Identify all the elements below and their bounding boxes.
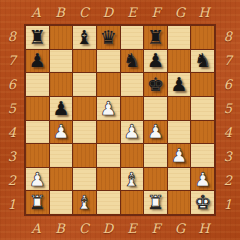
white-bishop[interactable]: ♝ xyxy=(123,170,140,189)
square-e5[interactable] xyxy=(121,97,144,120)
square-g3[interactable]: ♟ xyxy=(168,144,191,167)
square-g1[interactable] xyxy=(168,191,191,214)
rank-label-7: 7 xyxy=(0,48,24,72)
black-rook[interactable]: ♜ xyxy=(29,28,46,47)
square-g5[interactable] xyxy=(168,97,191,120)
square-b7[interactable] xyxy=(50,50,73,73)
white-pawn[interactable]: ♟ xyxy=(123,122,140,141)
square-c1[interactable]: ♝ xyxy=(73,191,96,214)
square-f8[interactable]: ♜ xyxy=(144,26,167,49)
square-g6[interactable]: ♟ xyxy=(168,73,191,96)
square-d7[interactable] xyxy=(97,50,120,73)
file-label-h: H xyxy=(192,0,216,24)
black-knight[interactable]: ♞ xyxy=(194,51,211,70)
square-h4[interactable] xyxy=(191,121,214,144)
black-pawn[interactable]: ♟ xyxy=(147,51,164,70)
square-g2[interactable] xyxy=(168,168,191,191)
square-c4[interactable] xyxy=(73,121,96,144)
white-bishop[interactable]: ♝ xyxy=(76,193,93,212)
board: ♜♝♛♜♟♞♟♞♚♟♟♟♟♟♟♟♟♝♟♜♝♜♚ xyxy=(24,24,216,216)
rank-label-2: 2 xyxy=(0,168,24,192)
square-f4[interactable]: ♟ xyxy=(144,121,167,144)
black-pawn[interactable]: ♟ xyxy=(52,99,69,118)
square-e1[interactable] xyxy=(121,191,144,214)
square-c8[interactable]: ♝ xyxy=(73,26,96,49)
black-knight[interactable]: ♞ xyxy=(123,51,140,70)
file-label-c: C xyxy=(72,216,96,240)
file-label-d: D xyxy=(96,216,120,240)
rank-label-6: 6 xyxy=(0,72,24,96)
square-g8[interactable] xyxy=(168,26,191,49)
white-pawn[interactable]: ♟ xyxy=(171,146,188,165)
square-f6[interactable]: ♚ xyxy=(144,73,167,96)
rank-label-3: 3 xyxy=(0,144,24,168)
file-label-f: F xyxy=(144,0,168,24)
rank-labels-left: 87654321 xyxy=(0,24,24,216)
rank-label-8: 8 xyxy=(216,24,240,48)
white-pawn[interactable]: ♟ xyxy=(194,170,211,189)
white-king[interactable]: ♚ xyxy=(194,193,211,212)
square-a5[interactable] xyxy=(26,97,49,120)
rank-label-2: 2 xyxy=(216,168,240,192)
white-pawn[interactable]: ♟ xyxy=(147,122,164,141)
file-label-b: B xyxy=(48,216,72,240)
square-h1[interactable]: ♚ xyxy=(191,191,214,214)
square-b6[interactable] xyxy=(50,73,73,96)
rank-label-7: 7 xyxy=(216,48,240,72)
chess-board-frame: ABCDEFGH ABCDEFGH 87654321 87654321 ♜♝♛♜… xyxy=(0,0,240,240)
black-pawn[interactable]: ♟ xyxy=(29,51,46,70)
black-bishop[interactable]: ♝ xyxy=(76,28,93,47)
file-label-f: F xyxy=(144,216,168,240)
rank-label-8: 8 xyxy=(0,24,24,48)
square-d2[interactable] xyxy=(97,168,120,191)
square-e2[interactable]: ♝ xyxy=(121,168,144,191)
square-e6[interactable] xyxy=(121,73,144,96)
square-a6[interactable] xyxy=(26,73,49,96)
file-label-e: E xyxy=(120,216,144,240)
black-king[interactable]: ♚ xyxy=(147,75,164,94)
square-b8[interactable] xyxy=(50,26,73,49)
square-d4[interactable] xyxy=(97,121,120,144)
square-d5[interactable]: ♟ xyxy=(97,97,120,120)
square-c7[interactable] xyxy=(73,50,96,73)
white-rook[interactable]: ♜ xyxy=(147,193,164,212)
white-pawn[interactable]: ♟ xyxy=(29,170,46,189)
file-label-b: B xyxy=(48,0,72,24)
square-h8[interactable] xyxy=(191,26,214,49)
square-h5[interactable] xyxy=(191,97,214,120)
white-pawn[interactable]: ♟ xyxy=(100,99,117,118)
white-pawn[interactable]: ♟ xyxy=(52,122,69,141)
square-f5[interactable] xyxy=(144,97,167,120)
file-label-c: C xyxy=(72,0,96,24)
square-e8[interactable] xyxy=(121,26,144,49)
square-b5[interactable]: ♟ xyxy=(50,97,73,120)
square-h6[interactable] xyxy=(191,73,214,96)
square-g7[interactable] xyxy=(168,50,191,73)
black-pawn[interactable]: ♟ xyxy=(171,75,188,94)
square-c6[interactable] xyxy=(73,73,96,96)
file-label-h: H xyxy=(192,216,216,240)
square-d1[interactable] xyxy=(97,191,120,214)
square-h3[interactable] xyxy=(191,144,214,167)
square-a4[interactable] xyxy=(26,121,49,144)
square-a8[interactable]: ♜ xyxy=(26,26,49,49)
file-label-g: G xyxy=(168,216,192,240)
square-f1[interactable]: ♜ xyxy=(144,191,167,214)
square-h2[interactable]: ♟ xyxy=(191,168,214,191)
rank-label-4: 4 xyxy=(216,120,240,144)
file-label-e: E xyxy=(120,0,144,24)
file-label-g: G xyxy=(168,0,192,24)
square-c5[interactable] xyxy=(73,97,96,120)
square-a7[interactable]: ♟ xyxy=(26,50,49,73)
rank-label-5: 5 xyxy=(0,96,24,120)
square-f7[interactable]: ♟ xyxy=(144,50,167,73)
white-rook[interactable]: ♜ xyxy=(29,193,46,212)
square-a1[interactable]: ♜ xyxy=(26,191,49,214)
square-e3[interactable] xyxy=(121,144,144,167)
square-f3[interactable] xyxy=(144,144,167,167)
square-e4[interactable]: ♟ xyxy=(121,121,144,144)
rank-label-1: 1 xyxy=(0,192,24,216)
file-label-a: A xyxy=(24,0,48,24)
black-rook[interactable]: ♜ xyxy=(147,28,164,47)
file-label-a: A xyxy=(24,216,48,240)
square-e7[interactable]: ♞ xyxy=(121,50,144,73)
square-d8[interactable]: ♛ xyxy=(97,26,120,49)
square-d6[interactable] xyxy=(97,73,120,96)
file-labels-top: ABCDEFGH xyxy=(24,0,216,24)
square-c3[interactable] xyxy=(73,144,96,167)
black-queen[interactable]: ♛ xyxy=(100,28,117,47)
square-d3[interactable] xyxy=(97,144,120,167)
file-label-d: D xyxy=(96,0,120,24)
rank-label-4: 4 xyxy=(0,120,24,144)
square-h7[interactable]: ♞ xyxy=(191,50,214,73)
square-b1[interactable] xyxy=(50,191,73,214)
rank-label-5: 5 xyxy=(216,96,240,120)
rank-labels-right: 87654321 xyxy=(216,24,240,216)
rank-label-3: 3 xyxy=(216,144,240,168)
square-a3[interactable] xyxy=(26,144,49,167)
square-a2[interactable]: ♟ xyxy=(26,168,49,191)
square-b2[interactable] xyxy=(50,168,73,191)
rank-label-6: 6 xyxy=(216,72,240,96)
square-b4[interactable]: ♟ xyxy=(50,121,73,144)
square-g4[interactable] xyxy=(168,121,191,144)
square-b3[interactable] xyxy=(50,144,73,167)
square-f2[interactable] xyxy=(144,168,167,191)
rank-label-1: 1 xyxy=(216,192,240,216)
square-c2[interactable] xyxy=(73,168,96,191)
file-labels-bottom: ABCDEFGH xyxy=(24,216,216,240)
